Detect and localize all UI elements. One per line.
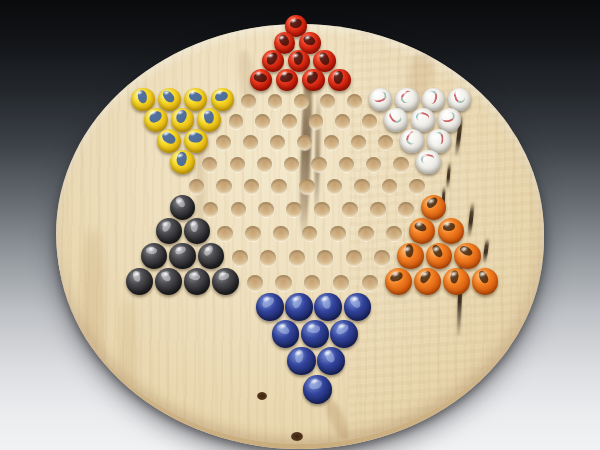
hole[interactable] [258,202,274,218]
hole[interactable] [275,275,291,291]
hole[interactable] [273,226,289,242]
marble-glyph: ● [170,195,196,221]
hole[interactable] [231,202,247,218]
marble-orange[interactable]: ● [421,195,447,221]
marble-glyph: ● [301,320,329,348]
hole[interactable] [202,157,217,172]
marble-glyph: ● [443,268,470,295]
marble-glyph: ● [155,268,182,295]
marble-glyph: ● [287,347,315,375]
marble-glyph: ● [184,268,211,295]
marble-orange[interactable]: ● [454,243,480,269]
hole[interactable] [386,226,402,242]
marble-blue[interactable]: ● [287,347,315,375]
hole[interactable] [324,135,339,150]
hole[interactable] [347,94,362,109]
hole[interactable] [243,135,258,150]
marble-glyph: ● [250,69,273,92]
marble-black[interactable]: ● [170,195,196,221]
marble-blue[interactable]: ● [285,293,312,320]
hole[interactable] [309,114,324,129]
marble-red[interactable]: ● [276,69,299,92]
marble-blue[interactable]: ● [256,293,283,320]
hole[interactable] [255,114,270,129]
hole[interactable] [229,114,244,129]
marble-blue[interactable]: ● [344,293,371,320]
marble-glyph: ● [472,268,499,295]
marble-blue[interactable]: ● [303,375,332,404]
marble-glyph: ● [454,243,480,269]
marble-black[interactable]: ● [141,243,167,269]
hole[interactable] [314,202,330,218]
marble-black[interactable]: ● [155,268,182,295]
marble-red[interactable]: ● [250,69,273,92]
hole[interactable] [333,275,349,291]
hole[interactable] [317,250,333,266]
marble-glyph: ● [426,243,452,269]
marble-glyph: ● [198,243,224,269]
marble-blue[interactable]: ● [272,320,300,348]
marble-orange[interactable]: ● [397,243,423,269]
hole[interactable] [393,157,408,172]
hole[interactable] [327,179,343,195]
marble-blue[interactable]: ● [330,320,358,348]
photo-backdrop: ●●●●●●●●●●●●●●●●●●●●●●●●●●●●●●●●●●●●●●●●… [0,0,600,450]
marble-black[interactable]: ● [212,268,239,295]
hole[interactable] [260,250,276,266]
hole[interactable] [284,157,299,172]
hole[interactable] [247,275,263,291]
marble-glyph: ● [184,218,210,244]
marble-black[interactable]: ● [184,268,211,295]
hole[interactable] [297,135,312,150]
marble-glyph: ● [285,293,312,320]
marble-glyph: ● [302,69,325,92]
marble-yellow[interactable]: ● [170,150,195,175]
hole[interactable] [217,226,233,242]
hole[interactable] [245,226,261,242]
hole[interactable] [286,202,302,218]
marble-glyph: ● [409,218,435,244]
hole[interactable] [370,202,386,218]
hole[interactable] [374,250,390,266]
marble-glyph: ● [126,268,153,295]
marble-glyph: ● [397,243,423,269]
marble-glyph: ● [421,195,447,221]
marble-blue[interactable]: ● [317,347,345,375]
hole[interactable] [362,275,378,291]
hole[interactable] [289,250,305,266]
marble-glyph: ● [303,375,332,404]
marble-glyph: ● [314,293,341,320]
marble-blue[interactable]: ● [314,293,341,320]
marble-glyph: ● [256,293,283,320]
hole[interactable] [268,94,283,109]
marble-black[interactable]: ● [198,243,224,269]
marble-red[interactable]: ● [328,69,351,92]
hole[interactable] [216,135,231,150]
hole[interactable] [351,135,366,150]
marble-glyph: ● [317,347,345,375]
hole[interactable] [244,179,260,195]
hole[interactable] [342,202,358,218]
hole[interactable] [354,179,370,195]
hole[interactable] [189,179,205,195]
marble-blue[interactable]: ● [301,320,329,348]
marble-orange[interactable]: ● [426,243,452,269]
hole[interactable] [358,226,374,242]
marble-orange[interactable]: ● [414,268,441,295]
hole[interactable] [378,135,393,150]
hole[interactable] [335,114,350,129]
hole[interactable] [346,250,362,266]
hole[interactable] [282,114,297,129]
hole[interactable] [230,157,245,172]
marble-glyph: ● [344,293,371,320]
marble-orange[interactable]: ● [472,268,499,295]
marble-white[interactable]: ● [416,150,441,175]
hole[interactable] [362,114,377,129]
hole[interactable] [339,157,354,172]
hole[interactable] [304,275,320,291]
marble-glyph: ● [169,243,195,269]
marble-glyph: ● [385,268,412,295]
hole[interactable] [216,179,232,195]
hole[interactable] [320,94,335,109]
marble-black[interactable]: ● [156,218,182,244]
marble-black[interactable]: ● [126,268,153,295]
marble-black[interactable]: ● [169,243,195,269]
hole[interactable] [271,179,287,195]
hole[interactable] [311,157,326,172]
hole[interactable] [409,179,425,195]
hole[interactable] [366,157,381,172]
marble-orange[interactable]: ● [443,268,470,295]
marble-red[interactable]: ● [302,69,325,92]
hole[interactable] [330,226,346,242]
hole[interactable] [270,135,285,150]
hole[interactable] [299,179,315,195]
marble-glyph: ● [276,69,299,92]
hole[interactable] [382,179,398,195]
hole[interactable] [232,250,248,266]
marble-glyph: ● [416,150,441,175]
marble-black[interactable]: ● [184,218,210,244]
hole[interactable] [302,226,318,242]
marble-glyph: ● [330,320,358,348]
hole[interactable] [203,202,219,218]
marble-glyph: ● [328,69,351,92]
marble-orange[interactable]: ● [438,218,464,244]
marble-glyph: ● [156,218,182,244]
marble-glyph: ● [141,243,167,269]
board-holes-layer: ●●●●●●●●●●●●●●●●●●●●●●●●●●●●●●●●●●●●●●●●… [0,0,600,450]
marble-orange[interactable]: ● [385,268,412,295]
hole[interactable] [398,202,414,218]
marble-glyph: ● [414,268,441,295]
marble-glyph: ● [272,320,300,348]
hole[interactable] [257,157,272,172]
marble-glyph: ● [438,218,464,244]
marble-orange[interactable]: ● [409,218,435,244]
hole[interactable] [241,94,256,109]
marble-glyph: ● [212,268,239,295]
hole[interactable] [294,94,309,109]
marble-glyph: ● [170,150,195,175]
